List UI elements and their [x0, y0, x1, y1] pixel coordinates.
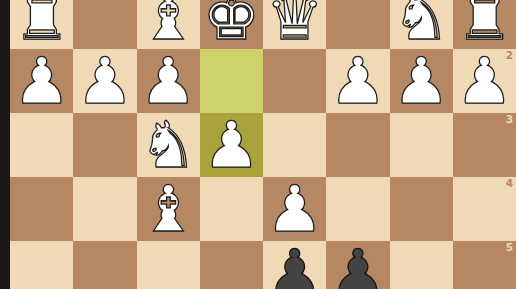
square-h5[interactable]	[10, 241, 73, 289]
white-pawn-piece[interactable]: ♟	[203, 113, 260, 177]
white-pawn-piece[interactable]: ♟	[266, 177, 323, 241]
white-pawn-piece[interactable]: ♟	[76, 49, 133, 113]
square-d1[interactable]: ♛	[263, 0, 326, 49]
square-d4[interactable]: ♟	[263, 177, 326, 241]
square-c1[interactable]	[326, 0, 389, 49]
white-pawn-piece[interactable]: ♟	[139, 49, 196, 113]
white-knight-piece[interactable]: ♞	[392, 0, 449, 49]
rank-label-3: 3	[506, 114, 513, 125]
rank-label-2: 2	[506, 50, 513, 61]
square-h4[interactable]	[10, 177, 73, 241]
white-bishop-piece[interactable]: ♝	[139, 0, 196, 49]
square-c4[interactable]	[326, 177, 389, 241]
white-bishop-piece[interactable]: ♝	[139, 177, 196, 241]
white-pawn-piece[interactable]: ♟	[392, 49, 449, 113]
square-g1[interactable]	[73, 0, 136, 49]
white-rook-piece[interactable]: ♜	[13, 0, 70, 49]
white-king-piece[interactable]: ♚	[203, 0, 260, 49]
square-a5[interactable]: 5	[453, 241, 516, 289]
square-f5[interactable]	[137, 241, 200, 289]
square-e1[interactable]: ♚	[200, 0, 263, 49]
square-c2[interactable]: ♟	[326, 49, 389, 113]
square-f2[interactable]: ♟	[137, 49, 200, 113]
chess-board: ♜♝♚♛♞♜♟♟♟♟♟♟2♞♟3♝♟4♟♟5	[10, 0, 516, 289]
square-d3[interactable]	[263, 113, 326, 177]
square-b3[interactable]	[390, 113, 453, 177]
black-pawn-piece[interactable]: ♟	[266, 241, 323, 289]
square-a1[interactable]: ♜	[453, 0, 516, 49]
square-h3[interactable]	[10, 113, 73, 177]
square-a4[interactable]: 4	[453, 177, 516, 241]
square-b4[interactable]	[390, 177, 453, 241]
square-e4[interactable]	[200, 177, 263, 241]
square-d5[interactable]: ♟	[263, 241, 326, 289]
square-h1[interactable]: ♜	[10, 0, 73, 49]
square-b2[interactable]: ♟	[390, 49, 453, 113]
square-d2[interactable]	[263, 49, 326, 113]
white-pawn-piece[interactable]: ♟	[456, 49, 513, 113]
square-f4[interactable]: ♝	[137, 177, 200, 241]
square-c3[interactable]	[326, 113, 389, 177]
square-c5[interactable]: ♟	[326, 241, 389, 289]
app-background: ♜♝♚♛♞♜♟♟♟♟♟♟2♞♟3♝♟4♟♟5	[0, 0, 516, 289]
square-e2[interactable]	[200, 49, 263, 113]
square-g4[interactable]	[73, 177, 136, 241]
square-e3[interactable]: ♟	[200, 113, 263, 177]
black-pawn-piece[interactable]: ♟	[329, 241, 386, 289]
white-pawn-piece[interactable]: ♟	[13, 49, 70, 113]
square-h2[interactable]: ♟	[10, 49, 73, 113]
square-g5[interactable]	[73, 241, 136, 289]
square-g3[interactable]	[73, 113, 136, 177]
white-knight-piece[interactable]: ♞	[139, 113, 196, 177]
square-e5[interactable]	[200, 241, 263, 289]
white-rook-piece[interactable]: ♜	[456, 0, 513, 49]
rank-label-5: 5	[506, 242, 513, 253]
square-f1[interactable]: ♝	[137, 0, 200, 49]
square-a2[interactable]: ♟2	[453, 49, 516, 113]
square-a3[interactable]: 3	[453, 113, 516, 177]
square-g2[interactable]: ♟	[73, 49, 136, 113]
rank-label-4: 4	[506, 178, 513, 189]
square-b5[interactable]	[390, 241, 453, 289]
square-f3[interactable]: ♞	[137, 113, 200, 177]
white-queen-piece[interactable]: ♛	[266, 0, 323, 49]
square-b1[interactable]: ♞	[390, 0, 453, 49]
white-pawn-piece[interactable]: ♟	[329, 49, 386, 113]
